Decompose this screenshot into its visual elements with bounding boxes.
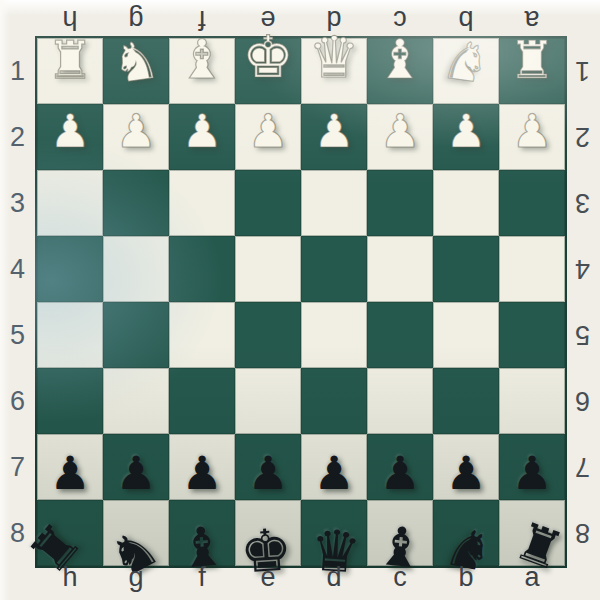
white-pawn[interactable]: ♟ <box>181 108 222 154</box>
square-h5[interactable] <box>37 302 103 368</box>
white-rook[interactable]: ♜ <box>47 34 94 86</box>
square-c5[interactable] <box>367 302 433 368</box>
black-pawn[interactable]: ♟ <box>445 450 486 496</box>
square-d7[interactable]: ♟ <box>301 434 367 500</box>
square-h6[interactable] <box>37 368 103 434</box>
square-f5[interactable] <box>169 302 235 368</box>
square-g6[interactable] <box>103 368 169 434</box>
rank-label-8: 8 <box>565 500 600 566</box>
square-b8[interactable]: ♞ <box>433 500 499 566</box>
square-b1[interactable]: ♞ <box>433 38 499 104</box>
rank-label-3: 3 <box>565 170 600 236</box>
square-a7[interactable]: ♟ <box>499 434 565 500</box>
file-label-d: d <box>301 562 367 592</box>
rank-label-2: 2 <box>0 104 35 170</box>
white-pawn[interactable]: ♟ <box>511 108 552 154</box>
square-c8[interactable]: ♝ <box>367 500 433 566</box>
file-label-h: h <box>37 562 103 592</box>
file-label-g: g <box>103 562 169 592</box>
black-pawn[interactable]: ♟ <box>181 450 222 496</box>
square-b3[interactable] <box>433 170 499 236</box>
square-d1[interactable]: ♛ <box>301 38 367 104</box>
white-pawn[interactable]: ♟ <box>247 108 288 154</box>
file-label-d: d <box>301 5 367 35</box>
square-c4[interactable] <box>367 236 433 302</box>
square-c1[interactable]: ♝ <box>367 38 433 104</box>
square-e2[interactable]: ♟ <box>235 104 301 170</box>
square-c2[interactable]: ♟ <box>367 104 433 170</box>
file-label-g: g <box>103 5 169 35</box>
square-h3[interactable] <box>37 170 103 236</box>
chess-board: ♜♞♝♚♛♝♞♜♟♟♟♟♟♟♟♟♟♟♟♟♟♟♟♟♜♞♝♚♛♝♞♜ <box>35 36 567 568</box>
black-pawn[interactable]: ♟ <box>313 450 354 496</box>
rank-labels-right: 12345678 <box>565 38 600 566</box>
square-d8[interactable]: ♛ <box>301 500 367 566</box>
file-label-a: a <box>499 562 565 592</box>
rank-label-6: 6 <box>0 368 35 434</box>
black-pawn[interactable]: ♟ <box>511 450 552 496</box>
square-e4[interactable] <box>235 236 301 302</box>
rank-label-5: 5 <box>0 302 35 368</box>
square-h8[interactable]: ♜ <box>37 500 103 566</box>
square-e7[interactable]: ♟ <box>235 434 301 500</box>
file-label-c: c <box>367 562 433 592</box>
square-f4[interactable] <box>169 236 235 302</box>
file-label-c: c <box>367 5 433 35</box>
square-d4[interactable] <box>301 236 367 302</box>
white-pawn[interactable]: ♟ <box>313 108 354 154</box>
rank-label-4: 4 <box>0 236 35 302</box>
white-queen[interactable]: ♛ <box>308 29 359 86</box>
square-a5[interactable] <box>499 302 565 368</box>
square-f3[interactable] <box>169 170 235 236</box>
square-d3[interactable] <box>301 170 367 236</box>
black-pawn[interactable]: ♟ <box>379 450 420 496</box>
white-bishop[interactable]: ♝ <box>178 33 226 87</box>
square-b7[interactable]: ♟ <box>433 434 499 500</box>
square-g3[interactable] <box>103 170 169 236</box>
square-b6[interactable] <box>433 368 499 434</box>
rank-label-1: 1 <box>0 38 35 104</box>
file-labels-top: hgfedcba <box>37 5 565 35</box>
white-king[interactable]: ♚ <box>242 28 294 86</box>
file-label-f: f <box>169 562 235 592</box>
square-g2[interactable]: ♟ <box>103 104 169 170</box>
square-e8[interactable]: ♚ <box>235 500 301 566</box>
square-f7[interactable]: ♟ <box>169 434 235 500</box>
square-d2[interactable]: ♟ <box>301 104 367 170</box>
rank-label-4: 4 <box>565 236 600 302</box>
square-d6[interactable] <box>301 368 367 434</box>
black-pawn[interactable]: ♟ <box>49 450 90 496</box>
white-rook[interactable]: ♜ <box>509 34 556 86</box>
square-e6[interactable] <box>235 368 301 434</box>
white-pawn[interactable]: ♟ <box>445 108 486 154</box>
square-h7[interactable]: ♟ <box>37 434 103 500</box>
square-a6[interactable] <box>499 368 565 434</box>
square-f8[interactable]: ♝ <box>169 500 235 566</box>
square-c6[interactable] <box>367 368 433 434</box>
rank-label-3: 3 <box>0 170 35 236</box>
rank-label-7: 7 <box>0 434 35 500</box>
square-g7[interactable]: ♟ <box>103 434 169 500</box>
rank-label-2: 2 <box>565 104 600 170</box>
square-c7[interactable]: ♟ <box>367 434 433 500</box>
file-label-a: a <box>499 5 565 35</box>
rank-label-1: 1 <box>565 38 600 104</box>
square-e1[interactable]: ♚ <box>235 38 301 104</box>
square-c3[interactable] <box>367 170 433 236</box>
file-label-b: b <box>433 562 499 592</box>
file-labels-bottom: hgfedcba <box>37 562 565 592</box>
square-a2[interactable]: ♟ <box>499 104 565 170</box>
rank-label-7: 7 <box>565 434 600 500</box>
square-e3[interactable] <box>235 170 301 236</box>
square-a1[interactable]: ♜ <box>499 38 565 104</box>
file-label-h: h <box>37 5 103 35</box>
square-b5[interactable] <box>433 302 499 368</box>
file-label-e: e <box>235 5 301 35</box>
square-h1[interactable]: ♜ <box>37 38 103 104</box>
square-g8[interactable]: ♞ <box>103 500 169 566</box>
square-g5[interactable] <box>103 302 169 368</box>
white-knight[interactable]: ♞ <box>439 31 493 90</box>
rank-label-5: 5 <box>565 302 600 368</box>
square-d5[interactable] <box>301 302 367 368</box>
white-pawn[interactable]: ♟ <box>49 108 90 154</box>
square-g4[interactable] <box>103 236 169 302</box>
black-pawn[interactable]: ♟ <box>115 450 156 496</box>
white-pawn[interactable]: ♟ <box>379 108 420 154</box>
white-pawn[interactable]: ♟ <box>115 108 156 154</box>
rank-label-6: 6 <box>565 368 600 434</box>
square-h4[interactable] <box>37 236 103 302</box>
file-label-f: f <box>169 5 235 35</box>
square-b4[interactable] <box>433 236 499 302</box>
square-a3[interactable] <box>499 170 565 236</box>
square-g1[interactable]: ♞ <box>103 38 169 104</box>
black-pawn[interactable]: ♟ <box>247 450 288 496</box>
square-f6[interactable] <box>169 368 235 434</box>
square-f2[interactable]: ♟ <box>169 104 235 170</box>
square-f1[interactable]: ♝ <box>169 38 235 104</box>
square-e5[interactable] <box>235 302 301 368</box>
file-label-e: e <box>235 562 301 592</box>
white-bishop[interactable]: ♝ <box>376 33 424 87</box>
square-a4[interactable] <box>499 236 565 302</box>
file-label-b: b <box>433 5 499 35</box>
square-b2[interactable]: ♟ <box>433 104 499 170</box>
rank-label-8: 8 <box>0 500 35 566</box>
square-h2[interactable]: ♟ <box>37 104 103 170</box>
white-knight[interactable]: ♞ <box>109 31 163 90</box>
square-a8[interactable]: ♜ <box>499 500 565 566</box>
rank-labels-left: 12345678 <box>0 38 35 566</box>
